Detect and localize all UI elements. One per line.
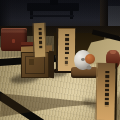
chest-front-panel [25, 56, 45, 74]
orange-ball [85, 54, 95, 64]
vessel-highlight [110, 50, 116, 54]
calligraphy-column-main [65, 34, 69, 54]
label-plaque-small [32, 23, 46, 57]
label-plaque-right [96, 63, 118, 120]
chest-side-face [49, 51, 54, 79]
table-shelf [30, 15, 74, 17]
chest-stamp-mark [29, 59, 34, 65]
object-on-table [50, 0, 58, 5]
calligraphy-column-sub [65, 57, 68, 66]
calligraphy-column-small [39, 28, 43, 49]
photo-scene [0, 0, 120, 120]
calligraphy-column-right [105, 71, 110, 107]
case-clasp [12, 39, 15, 43]
